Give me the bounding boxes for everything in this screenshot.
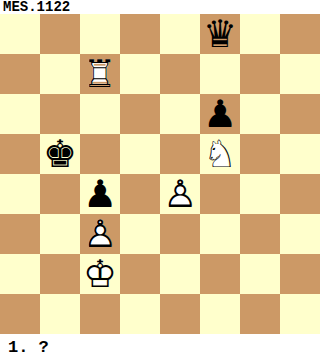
square-b8[interactable]: [40, 14, 80, 54]
square-h1[interactable]: [280, 294, 320, 334]
chess-diagram: MES.1122 ♛♜♖♟♚♞♘♟♟♙♟♙♚♔ 1. ?: [0, 0, 320, 360]
square-c5[interactable]: [80, 134, 120, 174]
square-f4[interactable]: [200, 174, 240, 214]
square-f3[interactable]: [200, 214, 240, 254]
white-pawn-icon: ♙: [80, 214, 120, 254]
square-f5[interactable]: ♞♘: [200, 134, 240, 174]
square-e4[interactable]: ♟♙: [160, 174, 200, 214]
square-g2[interactable]: [240, 254, 280, 294]
square-h8[interactable]: [280, 14, 320, 54]
square-f1[interactable]: [200, 294, 240, 334]
square-c4[interactable]: ♟: [80, 174, 120, 214]
square-h5[interactable]: [280, 134, 320, 174]
square-c6[interactable]: [80, 94, 120, 134]
square-b5[interactable]: ♚: [40, 134, 80, 174]
square-d8[interactable]: [120, 14, 160, 54]
square-h7[interactable]: [280, 54, 320, 94]
square-d7[interactable]: [120, 54, 160, 94]
square-f7[interactable]: [200, 54, 240, 94]
square-b1[interactable]: [40, 294, 80, 334]
square-c1[interactable]: [80, 294, 120, 334]
black-king-icon: ♚: [40, 134, 80, 174]
square-a8[interactable]: [0, 14, 40, 54]
square-c8[interactable]: [80, 14, 120, 54]
black-queen-icon: ♛: [200, 14, 240, 54]
white-knight-icon: ♘: [200, 134, 240, 174]
square-f2[interactable]: [200, 254, 240, 294]
square-h2[interactable]: [280, 254, 320, 294]
square-c2[interactable]: ♚♔: [80, 254, 120, 294]
square-g7[interactable]: [240, 54, 280, 94]
square-e2[interactable]: [160, 254, 200, 294]
square-g3[interactable]: [240, 214, 280, 254]
white-pawn-icon: ♙: [160, 174, 200, 214]
square-f6[interactable]: ♟: [200, 94, 240, 134]
square-a7[interactable]: [0, 54, 40, 94]
square-d1[interactable]: [120, 294, 160, 334]
square-g4[interactable]: [240, 174, 280, 214]
square-h6[interactable]: [280, 94, 320, 134]
white-rook-icon: ♖: [80, 54, 120, 94]
square-e6[interactable]: [160, 94, 200, 134]
square-b2[interactable]: [40, 254, 80, 294]
move-prompt: 1. ?: [0, 334, 320, 357]
square-g6[interactable]: [240, 94, 280, 134]
square-b7[interactable]: [40, 54, 80, 94]
square-h4[interactable]: [280, 174, 320, 214]
square-e1[interactable]: [160, 294, 200, 334]
square-a5[interactable]: [0, 134, 40, 174]
square-g8[interactable]: [240, 14, 280, 54]
white-king-icon: ♔: [80, 254, 120, 294]
square-a6[interactable]: [0, 94, 40, 134]
chess-board: ♛♜♖♟♚♞♘♟♟♙♟♙♚♔: [0, 14, 320, 334]
square-g1[interactable]: [240, 294, 280, 334]
square-d6[interactable]: [120, 94, 160, 134]
black-pawn-icon: ♟: [200, 94, 240, 134]
square-a4[interactable]: [0, 174, 40, 214]
square-g5[interactable]: [240, 134, 280, 174]
square-b4[interactable]: [40, 174, 80, 214]
diagram-title: MES.1122: [0, 0, 320, 14]
square-a2[interactable]: [0, 254, 40, 294]
square-e8[interactable]: [160, 14, 200, 54]
square-d3[interactable]: [120, 214, 160, 254]
square-f8[interactable]: ♛: [200, 14, 240, 54]
square-d2[interactable]: [120, 254, 160, 294]
square-b6[interactable]: [40, 94, 80, 134]
square-d4[interactable]: [120, 174, 160, 214]
square-c7[interactable]: ♜♖: [80, 54, 120, 94]
black-pawn-icon: ♟: [80, 174, 120, 214]
square-e3[interactable]: [160, 214, 200, 254]
square-e7[interactable]: [160, 54, 200, 94]
square-a3[interactable]: [0, 214, 40, 254]
square-h3[interactable]: [280, 214, 320, 254]
square-d5[interactable]: [120, 134, 160, 174]
square-c3[interactable]: ♟♙: [80, 214, 120, 254]
square-b3[interactable]: [40, 214, 80, 254]
square-e5[interactable]: [160, 134, 200, 174]
square-a1[interactable]: [0, 294, 40, 334]
